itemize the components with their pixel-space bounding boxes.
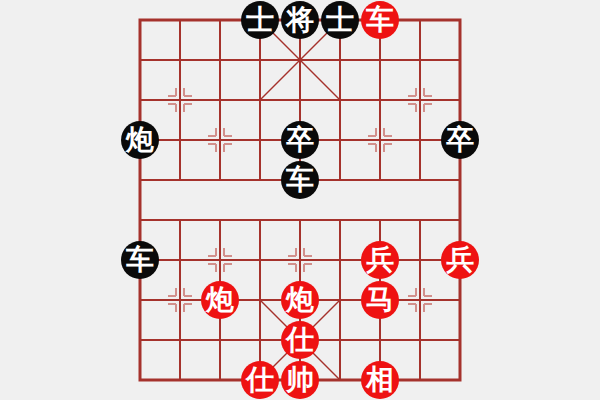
piece-red-elephant[interactable]: 相 [361, 361, 399, 399]
piece-red-general[interactable]: 帅 [281, 361, 319, 399]
piece-black-soldier[interactable]: 卒 [281, 121, 319, 159]
piece-red-advisor[interactable]: 仕 [281, 321, 319, 359]
xiangqi-board: 士将士车炮卒卒车车兵兵炮炮马仕仕帅相 [0, 0, 600, 400]
piece-black-chariot[interactable]: 车 [281, 161, 319, 199]
piece-black-advisor[interactable]: 士 [321, 1, 359, 39]
piece-black-cannon[interactable]: 炮 [121, 121, 159, 159]
piece-black-chariot[interactable]: 车 [121, 241, 159, 279]
piece-red-cannon[interactable]: 炮 [281, 281, 319, 319]
pieces-layer: 士将士车炮卒卒车车兵兵炮炮马仕仕帅相 [0, 0, 600, 400]
piece-black-soldier[interactable]: 卒 [441, 121, 479, 159]
piece-red-soldier[interactable]: 兵 [441, 241, 479, 279]
piece-red-advisor[interactable]: 仕 [241, 361, 279, 399]
piece-red-horse[interactable]: 马 [361, 281, 399, 319]
piece-black-advisor[interactable]: 士 [241, 1, 279, 39]
piece-red-cannon[interactable]: 炮 [201, 281, 239, 319]
piece-red-soldier[interactable]: 兵 [361, 241, 399, 279]
piece-red-chariot[interactable]: 车 [361, 1, 399, 39]
piece-black-general[interactable]: 将 [281, 1, 319, 39]
